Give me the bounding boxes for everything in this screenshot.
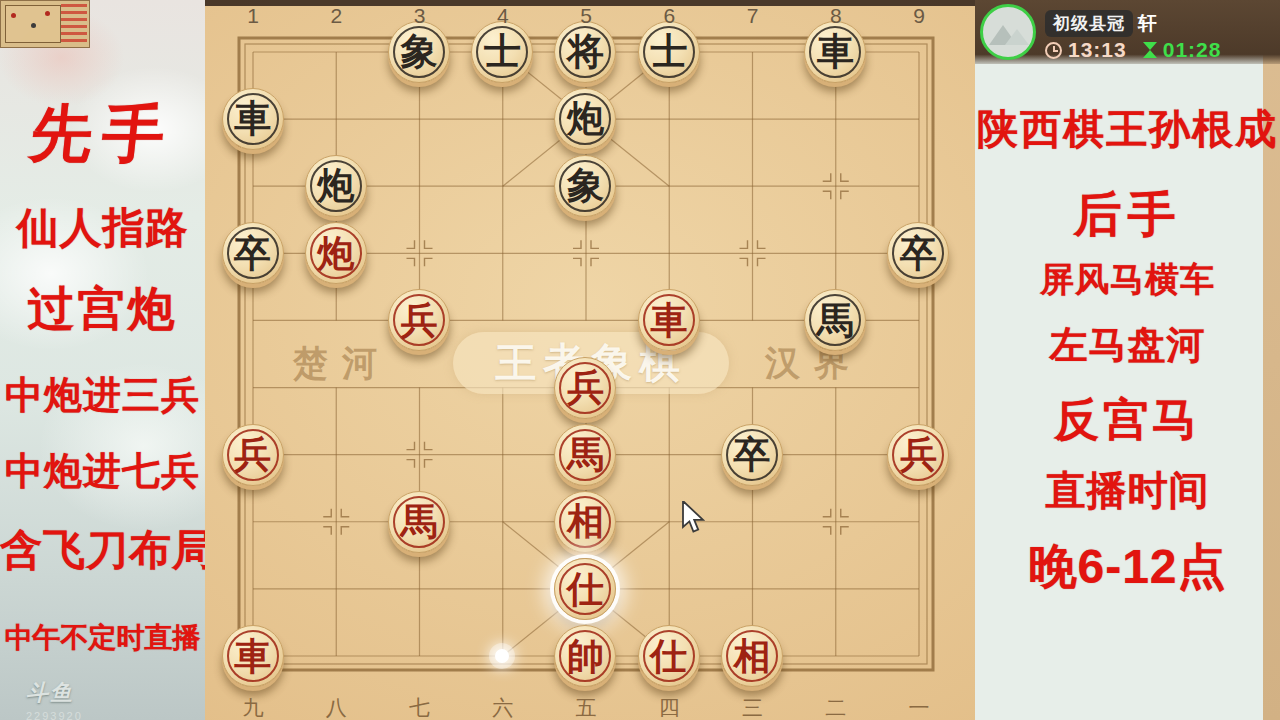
red-piece-仕[interactable]: 仕 <box>638 625 700 687</box>
black-piece-卒[interactable]: 卒 <box>721 424 783 486</box>
red-piece-兵[interactable]: 兵 <box>887 424 949 486</box>
annotation-opening-2: 过宫炮 <box>0 284 205 333</box>
annotation-opening-3: 中炮进三兵 <box>0 376 205 416</box>
annotation-noon-schedule: 中午不定时直播 <box>0 623 205 652</box>
piece-character: 将 <box>567 33 604 70</box>
piece-character: 車 <box>234 100 271 137</box>
xiangqi-board[interactable]: 楚河 汉界 王者象棋 象士将士車車炮炮象卒卒馬卒炮兵車兵兵馬兵馬相仕車帥仕相 1… <box>205 0 975 720</box>
clock-icon <box>1045 42 1062 59</box>
piece-character: 卒 <box>234 235 271 272</box>
file-number-top: 8 <box>816 4 856 28</box>
piece-character: 炮 <box>567 100 604 137</box>
piece-character: 兵 <box>567 369 604 406</box>
annotation-defense-1: 屏风马横车 <box>975 262 1280 298</box>
thumbnail-dot <box>31 23 36 28</box>
move-time: 01:28 <box>1163 38 1222 62</box>
stream-frame: 先手 仙人指路 过宫炮 中炮进三兵 中炮进七兵 含飞刀布局 中午不定时直播 陕西… <box>0 0 1280 720</box>
red-piece-相[interactable]: 相 <box>721 625 783 687</box>
piece-character: 仕 <box>650 638 687 675</box>
file-number-bottom: 五 <box>566 694 606 720</box>
rank-badge: 初级县冠 <box>1045 10 1133 37</box>
file-number-top: 5 <box>566 4 606 28</box>
piece-character: 帥 <box>567 638 604 675</box>
annotation-opening-5: 含飞刀布局 <box>0 528 205 572</box>
player-avatar[interactable] <box>980 4 1036 60</box>
black-piece-士[interactable]: 士 <box>471 21 533 83</box>
piece-character: 象 <box>401 33 438 70</box>
piece-character: 炮 <box>317 167 354 204</box>
black-piece-車[interactable]: 車 <box>222 88 284 150</box>
black-piece-卒[interactable]: 卒 <box>222 222 284 284</box>
black-piece-炮[interactable]: 炮 <box>554 88 616 150</box>
file-number-bottom: 六 <box>483 694 523 720</box>
piece-character: 兵 <box>401 302 438 339</box>
red-piece-兵[interactable]: 兵 <box>388 289 450 351</box>
piece-character: 卒 <box>733 436 770 473</box>
file-number-top: 7 <box>733 4 773 28</box>
red-piece-車[interactable]: 車 <box>638 289 700 351</box>
annotation-opening-1: 仙人指路 <box>0 206 205 250</box>
annotation-second-move: 后手 <box>975 190 1280 240</box>
file-number-top: 1 <box>233 4 273 28</box>
file-number-bottom: 二 <box>816 694 856 720</box>
douyu-logo: 斗鱼 <box>26 678 83 708</box>
piece-character: 車 <box>650 302 687 339</box>
player-name: 轩 <box>1138 11 1157 37</box>
piece-character: 馬 <box>567 436 604 473</box>
annotation-opening-4: 中炮进七兵 <box>0 452 205 492</box>
red-piece-馬[interactable]: 馬 <box>388 491 450 553</box>
annotation-defense-3: 反宫马 <box>975 396 1280 443</box>
thumbnail-dot <box>11 13 16 18</box>
file-number-bottom: 七 <box>400 694 440 720</box>
file-number-top: 6 <box>649 4 689 28</box>
piece-character: 士 <box>650 33 687 70</box>
black-piece-将[interactable]: 将 <box>554 21 616 83</box>
black-piece-士[interactable]: 士 <box>638 21 700 83</box>
red-piece-兵[interactable]: 兵 <box>222 424 284 486</box>
piece-character: 馬 <box>401 503 438 540</box>
annotation-first-move: 先手 <box>0 102 208 167</box>
file-number-top: 4 <box>483 4 523 28</box>
file-number-top: 9 <box>899 4 939 28</box>
piece-character: 兵 <box>900 436 937 473</box>
mouse-cursor <box>681 501 705 535</box>
black-piece-車[interactable]: 車 <box>804 21 866 83</box>
file-number-bottom: 一 <box>899 694 939 720</box>
black-piece-炮[interactable]: 炮 <box>305 155 367 217</box>
room-number: 2293920 <box>26 710 83 720</box>
red-piece-相[interactable]: 相 <box>554 491 616 553</box>
annotation-live-time-label: 直播时间 <box>975 469 1280 511</box>
file-number-top: 2 <box>316 4 356 28</box>
piece-character: 相 <box>733 638 770 675</box>
file-number-top: 3 <box>400 4 440 28</box>
file-number-bottom: 三 <box>733 694 773 720</box>
piece-character: 車 <box>817 33 854 70</box>
pieces-layer: 象士将士車車炮炮象卒卒馬卒炮兵車兵兵馬兵馬相仕車帥仕相 <box>211 18 960 690</box>
red-piece-馬[interactable]: 馬 <box>554 424 616 486</box>
piece-character: 炮 <box>317 235 354 272</box>
annotation-opponent-name: 陕西棋王孙根成 <box>975 108 1280 151</box>
file-number-bottom: 四 <box>649 694 689 720</box>
piece-character: 兵 <box>234 436 271 473</box>
douyu-watermark: 斗鱼 2293920 <box>26 678 83 720</box>
red-piece-仕[interactable]: 仕 <box>554 558 616 620</box>
piece-character: 車 <box>234 638 271 675</box>
red-piece-帥[interactable]: 帥 <box>554 625 616 687</box>
corner-thumbnail-diagram <box>0 0 90 48</box>
file-number-bottom: 八 <box>316 694 356 720</box>
piece-character: 象 <box>567 167 604 204</box>
annotation-defense-2: 左马盘河 <box>975 326 1280 366</box>
black-piece-象[interactable]: 象 <box>388 21 450 83</box>
red-piece-兵[interactable]: 兵 <box>554 357 616 419</box>
red-piece-車[interactable]: 車 <box>222 625 284 687</box>
thumbnail-dot <box>45 11 50 16</box>
total-time: 13:13 <box>1068 38 1127 62</box>
player-info-bar: 初级县冠 轩 13:13 01:28 <box>975 0 1280 64</box>
hourglass-icon <box>1143 42 1157 58</box>
file-number-bottom: 九 <box>233 694 273 720</box>
black-piece-象[interactable]: 象 <box>554 155 616 217</box>
last-move-origin-marker <box>495 649 509 663</box>
black-piece-馬[interactable]: 馬 <box>804 289 866 351</box>
piece-character: 相 <box>567 503 604 540</box>
black-piece-卒[interactable]: 卒 <box>887 222 949 284</box>
thumbnail-red-text <box>61 4 87 46</box>
piece-character: 士 <box>484 33 521 70</box>
annotation-live-time-value: 晚6-12点 <box>975 542 1280 592</box>
avatar-mountain-icon-2 <box>1005 29 1029 45</box>
piece-character: 馬 <box>817 302 854 339</box>
piece-character: 仕 <box>567 571 604 608</box>
red-piece-炮[interactable]: 炮 <box>305 222 367 284</box>
piece-character: 卒 <box>900 235 937 272</box>
